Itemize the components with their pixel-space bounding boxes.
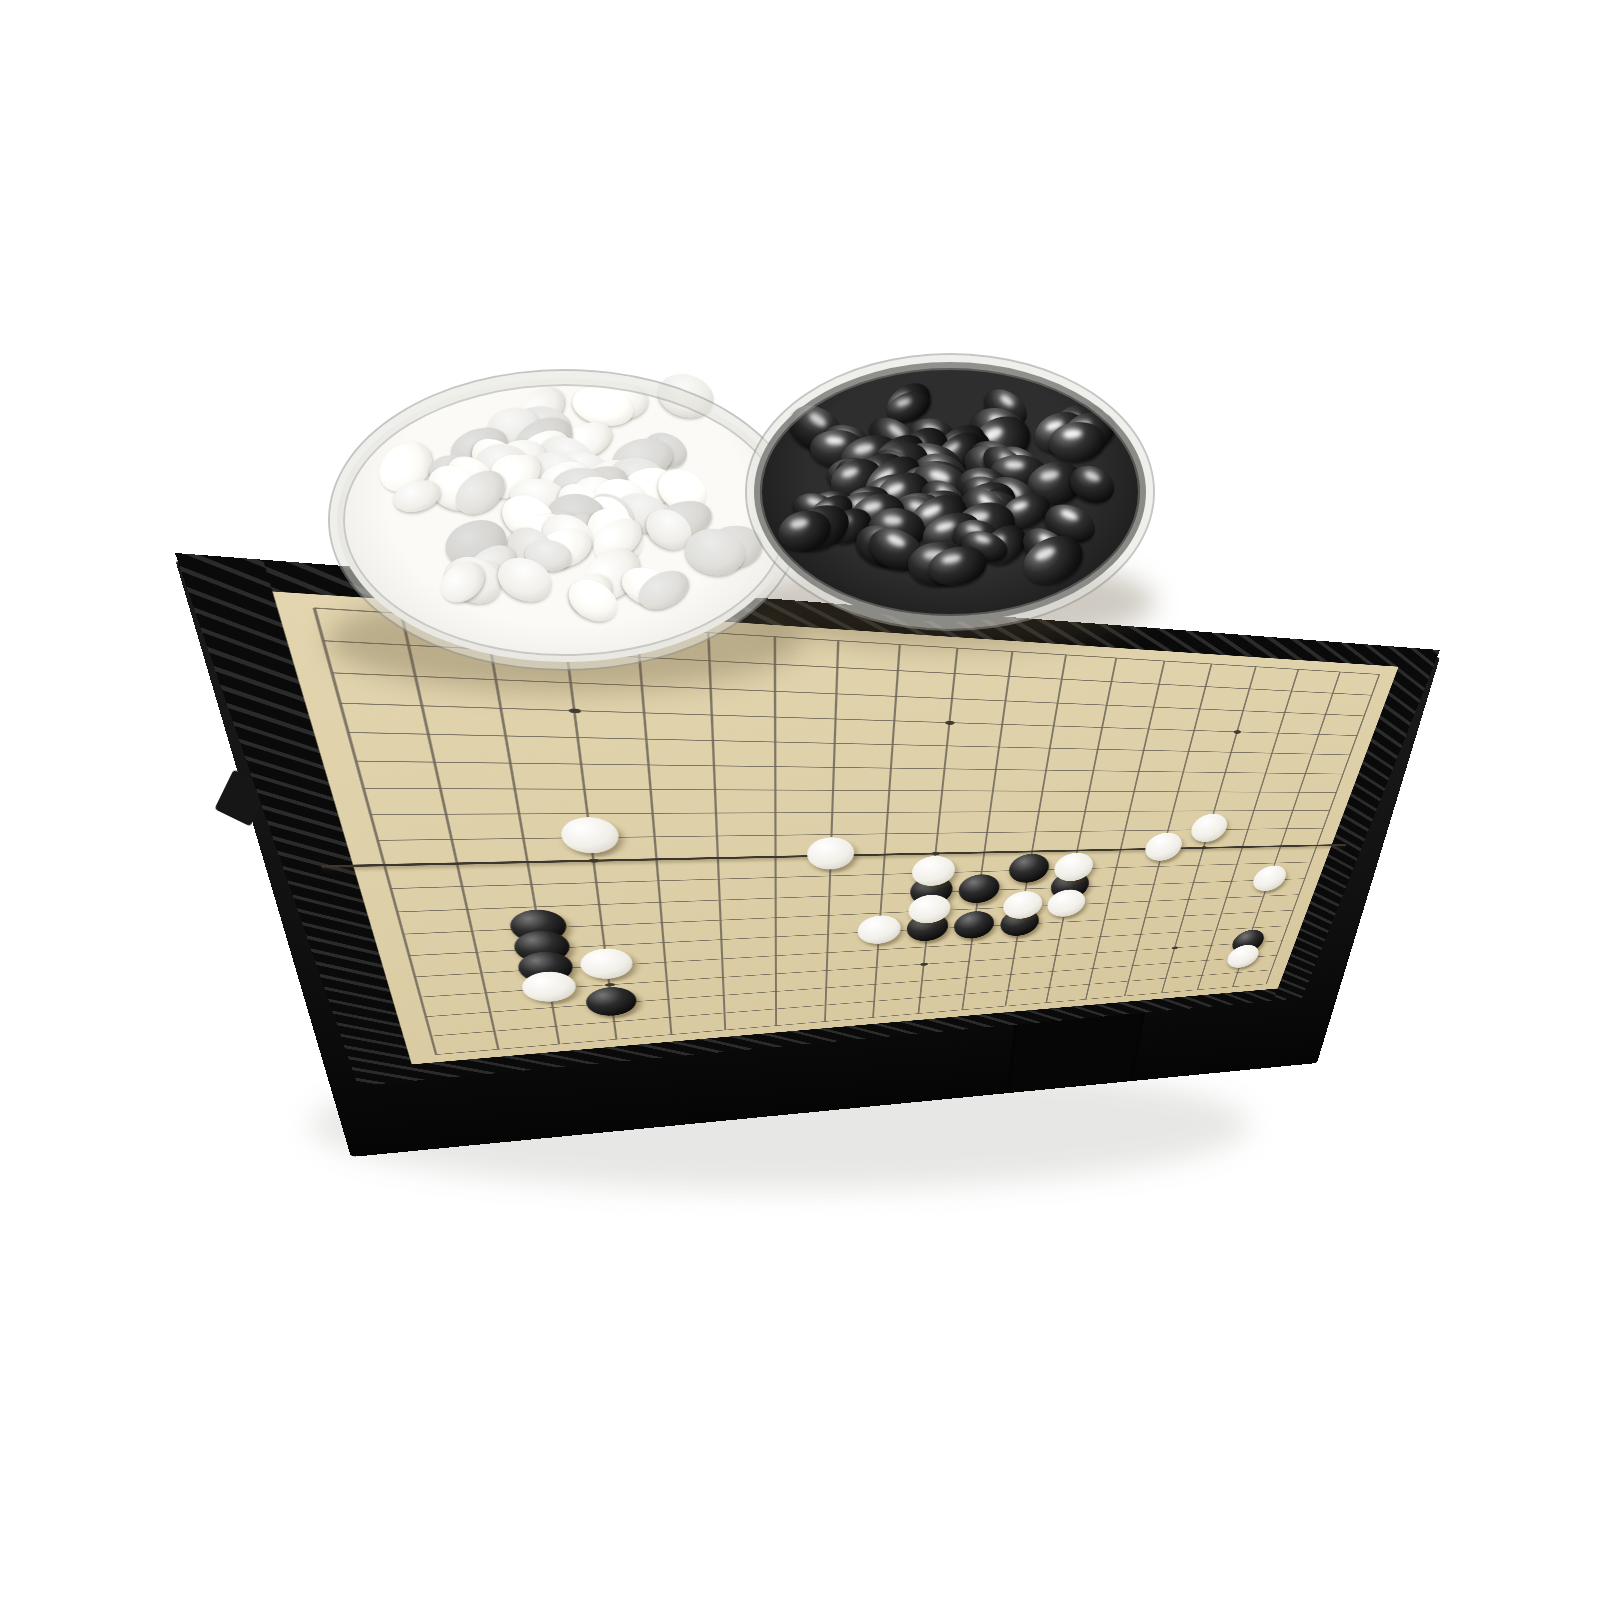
white-stone-bowl[interactable] <box>337 378 793 662</box>
stone-highlight <box>883 515 903 525</box>
white-stone[interactable] <box>1249 865 1289 892</box>
black-stone-bowl[interactable] <box>754 362 1146 622</box>
stone-highlight <box>942 553 963 565</box>
star-point <box>920 962 928 965</box>
black-stone[interactable] <box>1007 854 1051 884</box>
black-stone[interactable] <box>957 874 1002 904</box>
grid-line-horizontal <box>348 732 1350 755</box>
stone-highlight <box>1083 470 1101 483</box>
stone-highlight <box>1060 508 1079 522</box>
stone-highlight <box>885 533 906 549</box>
grid-line-vertical <box>707 632 726 1030</box>
white-stone[interactable] <box>1142 832 1185 861</box>
stone-highlight <box>895 397 911 408</box>
stone-highlight <box>1034 545 1057 563</box>
black-stone[interactable] <box>953 910 996 939</box>
grid-line-vertical <box>824 641 839 1022</box>
stone-highlight <box>853 442 875 456</box>
stone-highlight <box>1011 500 1029 512</box>
stone-highlight <box>999 393 1016 408</box>
white-stone[interactable] <box>1052 853 1096 882</box>
grid-line-vertical <box>774 637 777 1026</box>
white-stone[interactable] <box>857 915 902 945</box>
grid-line-vertical <box>918 648 959 1014</box>
stone-highlight <box>825 436 845 446</box>
star-point <box>945 720 955 724</box>
star-point <box>1233 730 1241 734</box>
grid-line-horizontal <box>371 810 1330 815</box>
stone-highlight <box>808 410 829 428</box>
stone-highlight <box>1039 469 1060 482</box>
star-point <box>568 708 581 713</box>
white-stone[interactable] <box>807 837 855 870</box>
grid-line-vertical <box>872 644 901 1017</box>
white-stone[interactable] <box>559 817 621 854</box>
stone-highlight <box>1004 461 1023 469</box>
grid-line-horizontal <box>356 760 1343 774</box>
grid-line-vertical <box>962 652 1014 1010</box>
stone-highlight <box>974 534 991 544</box>
white-stone[interactable] <box>578 947 634 980</box>
product-photo-scene <box>0 0 1600 1600</box>
white-stone[interactable] <box>1224 944 1262 969</box>
stone-highlight <box>789 517 809 530</box>
grid-line-horizontal <box>340 703 1357 736</box>
stone-highlight <box>1062 429 1082 440</box>
stone-highlight <box>840 466 859 480</box>
grid-line-horizontal <box>363 788 1336 793</box>
white-stone[interactable] <box>1188 813 1231 842</box>
bowl-white-stone[interactable] <box>653 368 719 424</box>
black-stone[interactable] <box>584 986 638 1018</box>
star-point <box>1171 946 1178 949</box>
